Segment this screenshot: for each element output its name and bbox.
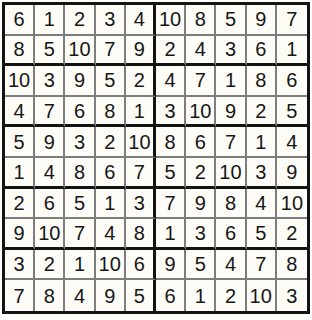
- cell-r10c2: 8: [35, 280, 65, 311]
- cell-r7c9: 4: [247, 189, 277, 220]
- cell-r4c4: 8: [96, 97, 126, 128]
- cell-r1c7: 8: [186, 5, 216, 36]
- cell-r2c4: 7: [96, 36, 126, 67]
- cell-r7c8: 8: [216, 189, 246, 220]
- cell-r6c5: 7: [126, 158, 156, 189]
- cell-r6c9: 3: [247, 158, 277, 189]
- cell-r8c4: 4: [96, 219, 126, 250]
- cell-r2c1: 8: [5, 36, 35, 67]
- cell-r6c2: 4: [35, 158, 65, 189]
- cell-r8c1: 9: [5, 219, 35, 250]
- cell-r2c5: 9: [126, 36, 156, 67]
- cell-r5c4: 2: [96, 127, 126, 158]
- cell-r10c8: 2: [216, 280, 246, 311]
- cell-r1c1: 6: [5, 5, 35, 36]
- cell-r3c7: 7: [186, 66, 216, 97]
- cell-r2c8: 3: [216, 36, 246, 67]
- cell-r7c7: 9: [186, 189, 216, 220]
- cell-r9c2: 2: [35, 250, 65, 281]
- cell-r9c1: 3: [5, 250, 35, 281]
- cell-r10c3: 4: [65, 280, 95, 311]
- cell-r7c4: 1: [96, 189, 126, 220]
- cell-r10c6: 6: [156, 280, 186, 311]
- cell-r10c9: 10: [247, 280, 277, 311]
- cell-r4c10: 5: [277, 97, 307, 128]
- cell-r3c10: 6: [277, 66, 307, 97]
- cell-r5c3: 3: [65, 127, 95, 158]
- cell-r5c8: 7: [216, 127, 246, 158]
- cell-r5c10: 4: [277, 127, 307, 158]
- cell-r9c3: 1: [65, 250, 95, 281]
- cell-r2c9: 6: [247, 36, 277, 67]
- cell-r8c9: 5: [247, 219, 277, 250]
- puzzle-page: 6123410859785107924361103952471864768131…: [0, 0, 312, 320]
- cell-r8c10: 2: [277, 219, 307, 250]
- cell-r2c10: 1: [277, 36, 307, 67]
- cell-r8c3: 7: [65, 219, 95, 250]
- sudoku-board: 6123410859785107924361103952471864768131…: [2, 2, 310, 314]
- cell-r3c1: 10: [5, 66, 35, 97]
- cell-r10c1: 7: [5, 280, 35, 311]
- cell-r3c5: 2: [126, 66, 156, 97]
- cell-r7c5: 3: [126, 189, 156, 220]
- cell-r3c2: 3: [35, 66, 65, 97]
- cell-r2c6: 2: [156, 36, 186, 67]
- cell-r1c5: 4: [126, 5, 156, 36]
- cell-r9c9: 7: [247, 250, 277, 281]
- cell-r1c2: 1: [35, 5, 65, 36]
- cell-r4c8: 9: [216, 97, 246, 128]
- cell-r6c3: 8: [65, 158, 95, 189]
- cell-r9c10: 8: [277, 250, 307, 281]
- cell-r6c7: 2: [186, 158, 216, 189]
- cell-r4c9: 2: [247, 97, 277, 128]
- cell-r10c7: 1: [186, 280, 216, 311]
- cell-r4c1: 4: [5, 97, 35, 128]
- cell-r4c3: 6: [65, 97, 95, 128]
- cell-r2c7: 4: [186, 36, 216, 67]
- cell-r7c2: 6: [35, 189, 65, 220]
- cell-r10c4: 9: [96, 280, 126, 311]
- cell-r10c5: 5: [126, 280, 156, 311]
- cell-r2c2: 5: [35, 36, 65, 67]
- cell-r9c8: 4: [216, 250, 246, 281]
- cell-r1c8: 5: [216, 5, 246, 36]
- cell-r6c10: 9: [277, 158, 307, 189]
- cell-r7c6: 7: [156, 189, 186, 220]
- cell-r5c6: 8: [156, 127, 186, 158]
- cell-r4c5: 1: [126, 97, 156, 128]
- cell-r10c10: 3: [277, 280, 307, 311]
- cell-r3c6: 4: [156, 66, 186, 97]
- cell-r6c1: 1: [5, 158, 35, 189]
- cell-r4c7: 10: [186, 97, 216, 128]
- cell-r9c6: 9: [156, 250, 186, 281]
- cell-r7c1: 2: [5, 189, 35, 220]
- cell-r8c2: 10: [35, 219, 65, 250]
- cell-r3c4: 5: [96, 66, 126, 97]
- cell-r8c8: 6: [216, 219, 246, 250]
- cell-r4c6: 3: [156, 97, 186, 128]
- cell-r1c9: 9: [247, 5, 277, 36]
- cell-r7c10: 10: [277, 189, 307, 220]
- cell-r3c3: 9: [65, 66, 95, 97]
- cell-r1c6: 10: [156, 5, 186, 36]
- cell-r5c7: 6: [186, 127, 216, 158]
- cell-r9c5: 6: [126, 250, 156, 281]
- cell-r4c2: 7: [35, 97, 65, 128]
- cell-r6c6: 5: [156, 158, 186, 189]
- cell-r7c3: 5: [65, 189, 95, 220]
- cell-r3c9: 8: [247, 66, 277, 97]
- cell-r9c7: 5: [186, 250, 216, 281]
- cell-r1c3: 2: [65, 5, 95, 36]
- cell-r6c8: 10: [216, 158, 246, 189]
- cell-r5c9: 1: [247, 127, 277, 158]
- cell-r8c6: 1: [156, 219, 186, 250]
- cell-r5c1: 5: [5, 127, 35, 158]
- cell-r8c7: 3: [186, 219, 216, 250]
- cell-r8c5: 8: [126, 219, 156, 250]
- cell-r2c3: 10: [65, 36, 95, 67]
- cell-r9c4: 10: [96, 250, 126, 281]
- cell-r1c10: 7: [277, 5, 307, 36]
- cell-r5c5: 10: [126, 127, 156, 158]
- cell-r6c4: 6: [96, 158, 126, 189]
- cell-r5c2: 9: [35, 127, 65, 158]
- cell-r3c8: 1: [216, 66, 246, 97]
- cell-r1c4: 3: [96, 5, 126, 36]
